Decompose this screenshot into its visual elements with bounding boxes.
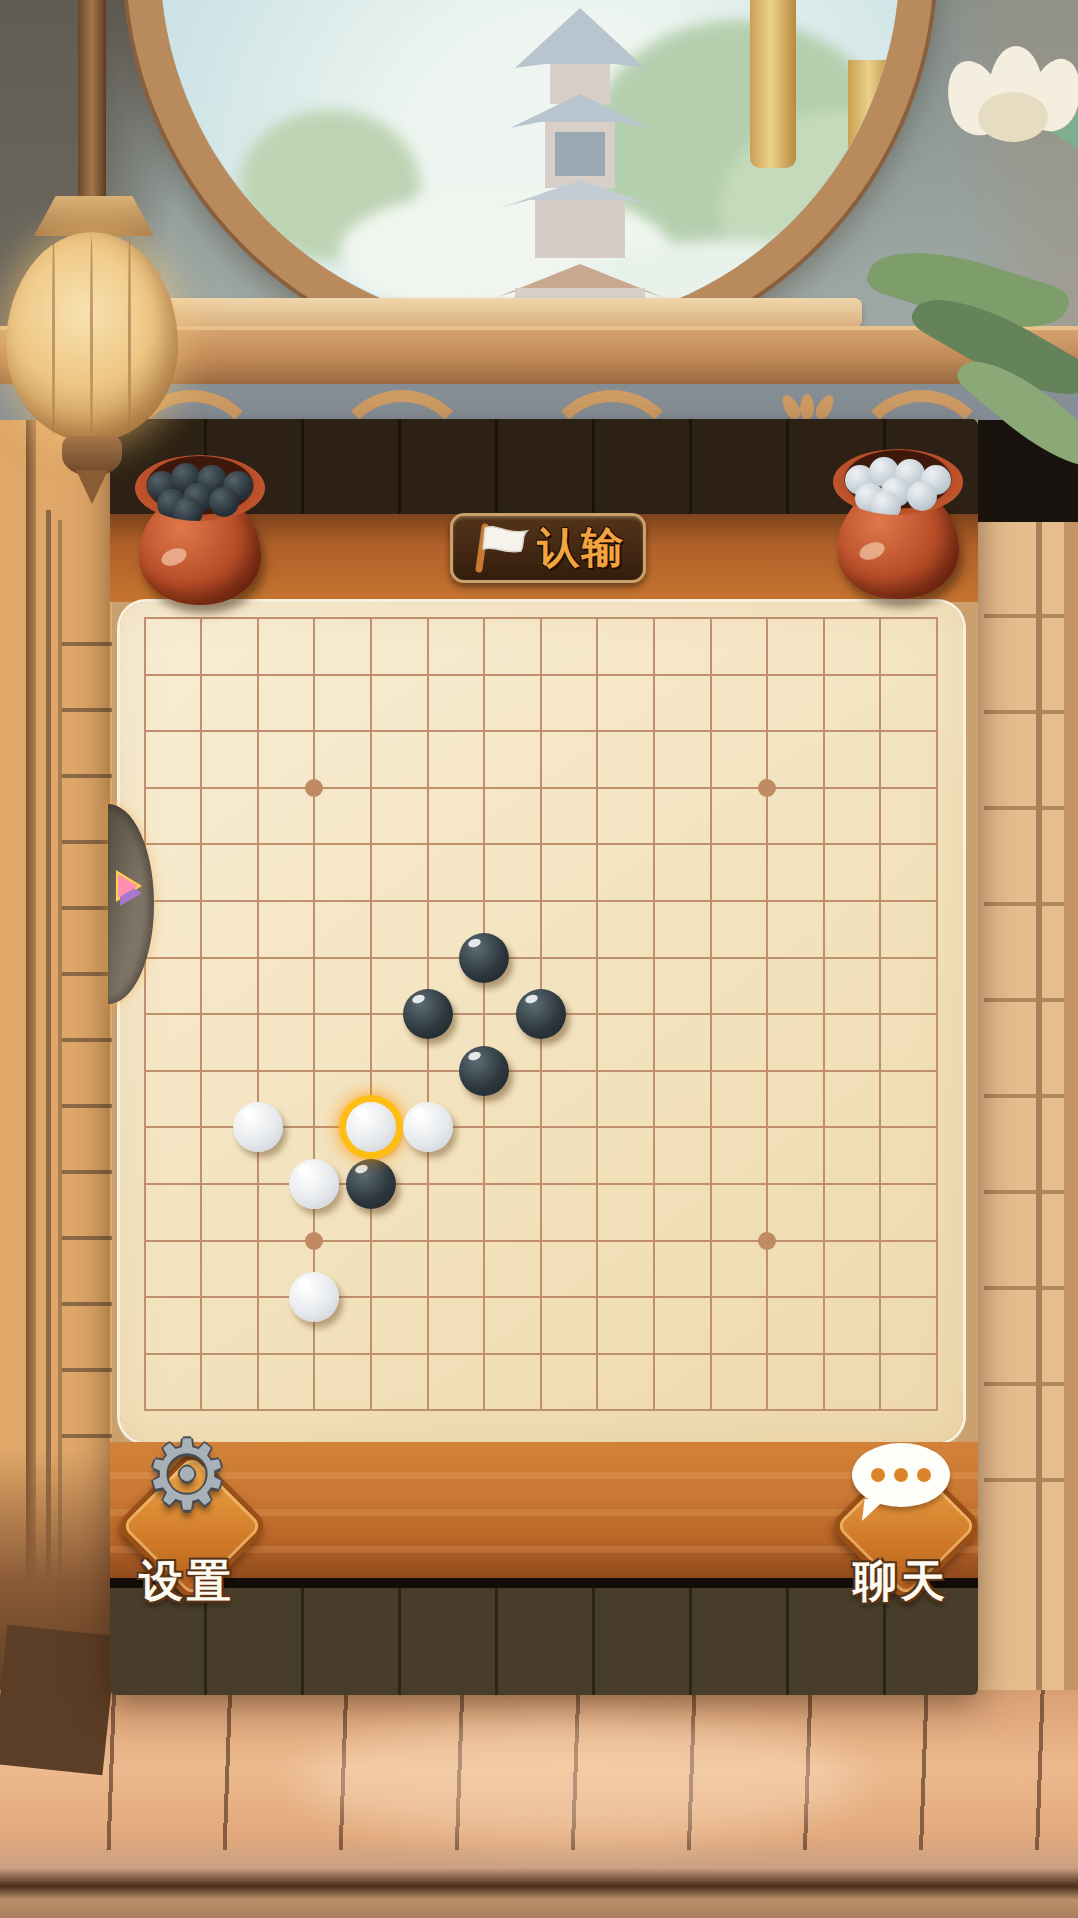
- carving-leaf: [812, 392, 837, 420]
- white-stone: [233, 1102, 283, 1152]
- window-sky: [160, 0, 900, 330]
- white-stone: [289, 1159, 339, 1209]
- grid-line-h: [144, 1183, 938, 1185]
- gear-icon: ⚙: [144, 1427, 230, 1523]
- wood-floor: [0, 1690, 1078, 1918]
- white-stone: [346, 1102, 396, 1152]
- star-point: [758, 1232, 776, 1250]
- resign-button[interactable]: 认输: [450, 513, 646, 583]
- window-sill: [118, 298, 862, 328]
- chat-bubble-icon: [852, 1443, 950, 1507]
- hanging-tassel: [750, 0, 796, 168]
- chat-button[interactable]: 聊天: [826, 1441, 976, 1621]
- white-stone: [289, 1272, 339, 1322]
- board-grid: [120, 602, 963, 1442]
- chat-label: 聊天: [826, 1552, 976, 1611]
- star-point: [758, 779, 776, 797]
- grid-line-v: [936, 617, 938, 1411]
- table-left-edge: [0, 420, 112, 1690]
- settings-button[interactable]: ⚙ 设置: [112, 1441, 262, 1621]
- grid-line-h: [144, 1353, 938, 1355]
- lantern: [0, 0, 190, 520]
- grid-line-v: [596, 617, 598, 1411]
- carving-leaf: [800, 394, 814, 420]
- carving-arc: [540, 390, 684, 420]
- grid-line-v: [823, 617, 825, 1411]
- white-stone: [403, 1102, 453, 1152]
- black-stone: [346, 1159, 396, 1209]
- magnolia-flower: [938, 40, 1078, 160]
- grid-line-v: [766, 617, 768, 1411]
- settings-label: 设置: [112, 1552, 262, 1611]
- screen: 认输 ⚙ 设置 聊天: [0, 0, 1078, 1918]
- black-stone: [459, 933, 509, 983]
- black-stone: [403, 989, 453, 1039]
- grid-line-v: [653, 617, 655, 1411]
- plant-leaves: [838, 230, 1078, 490]
- grid-line-h: [144, 1296, 938, 1298]
- lantern-post: [78, 0, 106, 210]
- star-point: [305, 779, 323, 797]
- resign-label: 认输: [537, 520, 625, 576]
- grid-line-h: [144, 1240, 938, 1242]
- black-stone: [459, 1046, 509, 1096]
- hanging-tassel: [848, 60, 894, 180]
- table-grid-lines: [62, 580, 112, 1480]
- grid-line-v: [710, 617, 712, 1411]
- grid-line-v: [879, 617, 881, 1411]
- carving-arc: [330, 390, 474, 420]
- table-right-edge: [978, 420, 1078, 1690]
- grid-line-h: [144, 1409, 938, 1411]
- grid-line-h: [144, 1070, 938, 1072]
- gomoku-board[interactable]: [120, 602, 963, 1442]
- black-stone: [516, 989, 566, 1039]
- game-panel: 认输 ⚙ 设置 聊天: [110, 419, 978, 1685]
- star-point: [305, 1232, 323, 1250]
- white-flag-icon: [471, 521, 529, 575]
- pagoda-illustration: [455, 0, 705, 330]
